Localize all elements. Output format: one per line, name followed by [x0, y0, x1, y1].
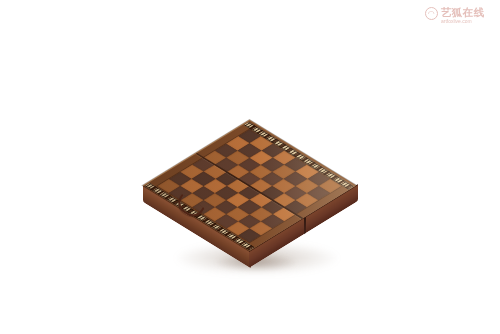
product-photo: ◠ 艺狐在线 artfoxlive.com — [0, 0, 500, 334]
box-side-fold-seam — [303, 217, 305, 234]
watermark-logo-glyph: ◠ — [428, 10, 435, 18]
watermark-text: 艺狐在线 — [441, 7, 490, 18]
watermark-subtext: artfoxlive.com — [441, 19, 472, 24]
watermark-logo-icon: ◠ — [425, 7, 438, 20]
watermark-text-column: 艺狐在线 artfoxlive.com — [441, 7, 490, 27]
chessboard-box-top-face — [143, 120, 357, 251]
auction-watermark: ◠ 艺狐在线 artfoxlive.com — [425, 7, 490, 27]
